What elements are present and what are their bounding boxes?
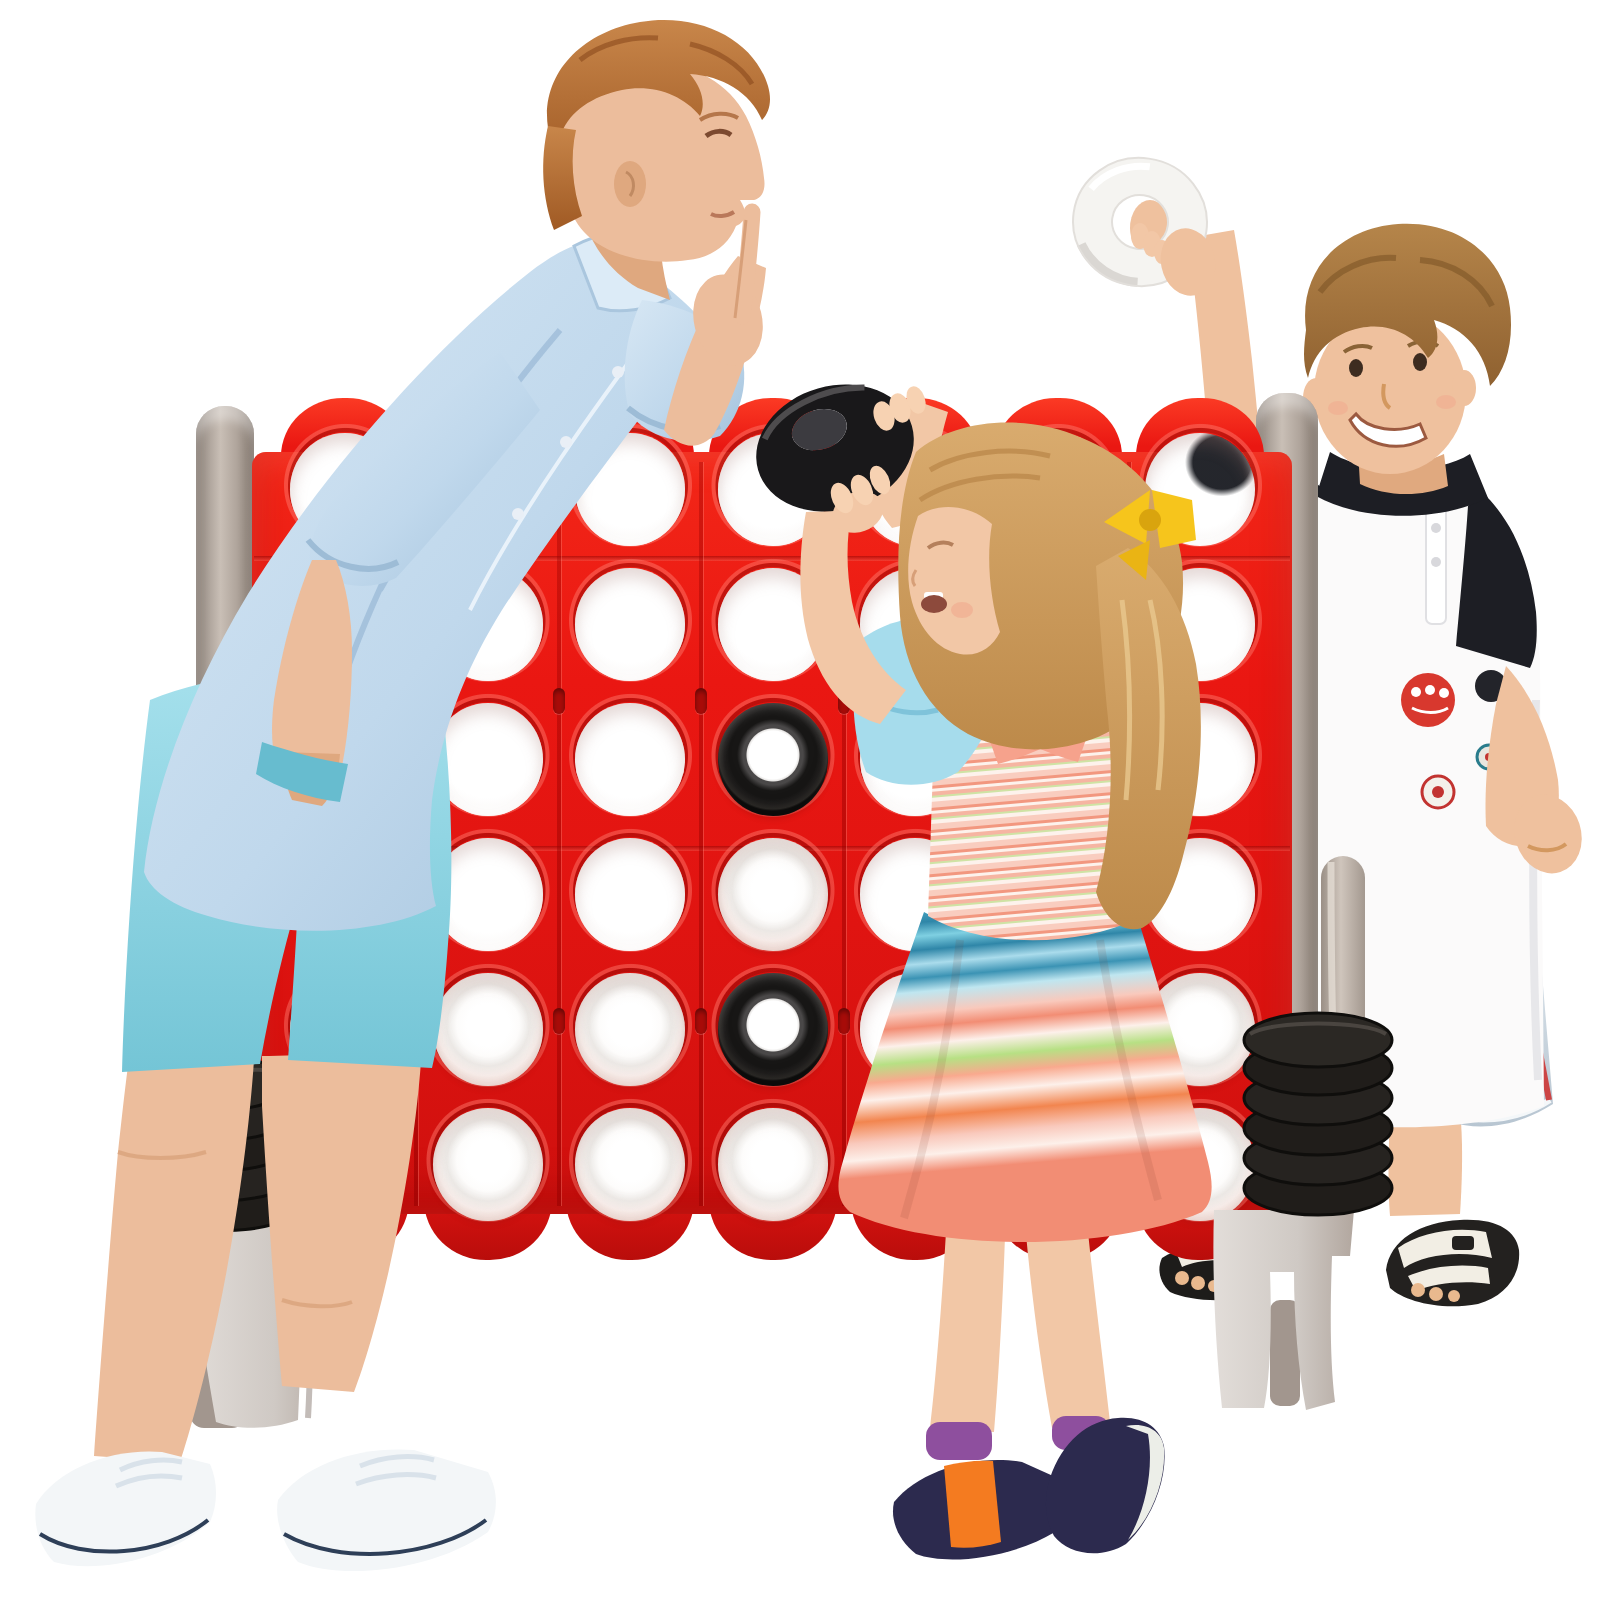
- black-disc: [718, 973, 828, 1086]
- cell-r3-c1[interactable]: [274, 692, 417, 827]
- empty-hole: [1145, 703, 1255, 816]
- empty-hole: [1145, 568, 1255, 681]
- cell-r6-c3[interactable]: [559, 1097, 702, 1232]
- cell-r6-c7[interactable]: [1129, 1097, 1272, 1232]
- empty-hole: [1003, 433, 1113, 546]
- cell-r4-c2[interactable]: [417, 827, 560, 962]
- empty-hole: [860, 973, 970, 1086]
- boy-right-leg: [1389, 1118, 1463, 1216]
- empty-hole: [575, 703, 685, 816]
- boy-right-sandal: [1386, 1220, 1519, 1307]
- boy-hair: [1304, 224, 1511, 386]
- man-right-shoe: [277, 1449, 496, 1571]
- board-grid: [274, 422, 1272, 1232]
- cell-r1-c3[interactable]: [559, 422, 702, 557]
- white-disc: [718, 1108, 828, 1221]
- black-disc: [718, 703, 828, 816]
- boy-collar: [1316, 452, 1488, 516]
- cell-r5-c1[interactable]: [274, 962, 417, 1097]
- cell-r5-c2[interactable]: [417, 962, 560, 1097]
- cell-r2-c7[interactable]: [1129, 557, 1272, 692]
- empty-hole: [718, 568, 828, 681]
- cell-r1-c1[interactable]: [274, 422, 417, 557]
- cell-r5-c3[interactable]: [559, 962, 702, 1097]
- empty-hole: [290, 838, 400, 951]
- white-disc: [433, 1108, 543, 1221]
- empty-hole: [575, 838, 685, 951]
- girl-right-shoe: [1046, 1418, 1165, 1553]
- cell-r1-c2[interactable]: [417, 422, 560, 557]
- empty-hole: [860, 838, 970, 951]
- empty-hole: [1145, 838, 1255, 951]
- white-disc: [1145, 973, 1255, 1086]
- empty-hole: [860, 433, 970, 546]
- girl-left-shoe: [892, 1460, 1066, 1559]
- cell-r1-c5[interactable]: [844, 422, 987, 557]
- boy-shirt-badges: [1401, 670, 1507, 808]
- cell-r3-c4[interactable]: [702, 692, 845, 827]
- cell-r5-c6[interactable]: [987, 962, 1130, 1097]
- cell-r2-c4[interactable]: [702, 557, 845, 692]
- empty-hole: [433, 703, 543, 816]
- man-face: [558, 64, 764, 262]
- empty-hole: [290, 568, 400, 681]
- man-left-shoe: [35, 1451, 216, 1566]
- white-disc: [575, 1108, 685, 1221]
- cell-r3-c3[interactable]: [559, 692, 702, 827]
- held-white-ring: [1065, 149, 1222, 301]
- cell-r4-c5[interactable]: [844, 827, 987, 962]
- man-collar: [574, 233, 670, 311]
- empty-hole: [1145, 433, 1255, 546]
- cell-r4-c7[interactable]: [1129, 827, 1272, 962]
- man-shush-finger: [742, 212, 752, 316]
- cell-r5-c5[interactable]: [844, 962, 987, 1097]
- cell-r6-c5[interactable]: [844, 1097, 987, 1232]
- white-disc: [1145, 1108, 1255, 1221]
- boy-right-forearm: [1485, 666, 1558, 846]
- boy-shorts: [1282, 950, 1553, 1128]
- cell-r2-c6[interactable]: [987, 557, 1130, 692]
- empty-hole: [290, 433, 400, 546]
- cell-r1-c4[interactable]: [702, 422, 845, 557]
- cell-r6-c6[interactable]: [987, 1097, 1130, 1232]
- girl-right-leg: [1026, 1232, 1110, 1428]
- white-disc: [575, 973, 685, 1086]
- empty-hole: [290, 703, 400, 816]
- cell-r3-c5[interactable]: [844, 692, 987, 827]
- empty-hole: [433, 838, 543, 951]
- cell-r4-c3[interactable]: [559, 827, 702, 962]
- cell-r2-c5[interactable]: [844, 557, 987, 692]
- boy-right-sleeve: [1456, 492, 1537, 668]
- empty-hole: [1003, 568, 1113, 681]
- board-post-left: [196, 406, 254, 1218]
- cell-r5-c7[interactable]: [1129, 962, 1272, 1097]
- empty-hole: [718, 433, 828, 546]
- cell-r2-c2[interactable]: [417, 557, 560, 692]
- white-disc: [433, 973, 543, 1086]
- cell-r3-c6[interactable]: [987, 692, 1130, 827]
- cell-r6-c1[interactable]: [274, 1097, 417, 1232]
- empty-hole: [433, 568, 543, 681]
- empty-hole: [433, 433, 543, 546]
- white-disc: [290, 973, 400, 1086]
- black-disc: [1003, 1108, 1113, 1221]
- cell-r1-c6[interactable]: [987, 422, 1130, 557]
- empty-hole: [860, 703, 970, 816]
- empty-hole: [1003, 838, 1113, 951]
- girl-left-leg: [930, 1232, 1005, 1432]
- product-photo-scene: [0, 0, 1600, 1600]
- cell-r6-c2[interactable]: [417, 1097, 560, 1232]
- cell-r6-c4[interactable]: [702, 1097, 845, 1232]
- boy-face: [1314, 310, 1466, 474]
- cell-r1-c7[interactable]: [1129, 422, 1272, 557]
- cell-r4-c6[interactable]: [987, 827, 1130, 962]
- empty-hole: [575, 433, 685, 546]
- cell-r5-c4[interactable]: [702, 962, 845, 1097]
- boy-smile: [1350, 414, 1426, 446]
- empty-hole: [860, 568, 970, 681]
- black-disc: [290, 1108, 400, 1221]
- cell-r2-c3[interactable]: [559, 557, 702, 692]
- cell-r3-c7[interactable]: [1129, 692, 1272, 827]
- black-disc: [1003, 973, 1113, 1086]
- cell-r2-c1[interactable]: [274, 557, 417, 692]
- black-disc: [860, 1108, 970, 1221]
- disc-storage-rod: [1321, 856, 1365, 1056]
- man-hair: [547, 20, 770, 172]
- cell-r4-c1[interactable]: [274, 827, 417, 962]
- white-disc: [718, 838, 828, 951]
- cell-r4-c4[interactable]: [702, 827, 845, 962]
- empty-hole: [1003, 703, 1113, 816]
- cell-r3-c2[interactable]: [417, 692, 560, 827]
- empty-hole: [575, 568, 685, 681]
